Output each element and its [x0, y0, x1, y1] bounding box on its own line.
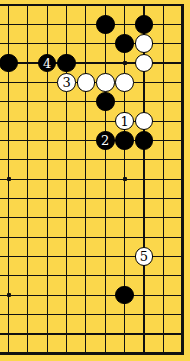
- move-number-label: 2: [101, 134, 109, 147]
- stone-black-P14[interactable]: [96, 92, 115, 111]
- move-number-label: 5: [140, 250, 148, 263]
- stone-black-M16[interactable]: 4: [38, 54, 57, 73]
- stone-black-P18[interactable]: [96, 15, 115, 34]
- stone-black-R18[interactable]: [135, 15, 154, 34]
- stone-black-R12[interactable]: [135, 131, 154, 150]
- move-number-label: 4: [43, 57, 51, 70]
- go-diagram: 42315: [0, 0, 190, 361]
- stone-black-Q17[interactable]: [115, 34, 134, 53]
- stone-white-P15[interactable]: [96, 73, 115, 92]
- move-number-label: 3: [62, 76, 70, 89]
- stone-black-P12[interactable]: 2: [96, 131, 115, 150]
- stone-white-O15[interactable]: [77, 73, 96, 92]
- stone-black-Q4[interactable]: [115, 286, 134, 305]
- stone-white-R17[interactable]: [135, 34, 154, 53]
- stone-white-Q15[interactable]: [115, 73, 134, 92]
- stone-white-R6[interactable]: 5: [135, 247, 154, 266]
- stone-white-R16[interactable]: [135, 54, 154, 73]
- stone-white-Q13[interactable]: 1: [115, 112, 134, 131]
- stone-black-K16[interactable]: [0, 54, 18, 73]
- move-number-label: 1: [120, 115, 128, 128]
- go-board[interactable]: 42315: [0, 0, 190, 361]
- stone-white-N15[interactable]: 3: [57, 73, 76, 92]
- stone-white-R13[interactable]: [135, 112, 154, 131]
- stone-black-N16[interactable]: [57, 54, 76, 73]
- stone-black-Q12[interactable]: [115, 131, 134, 150]
